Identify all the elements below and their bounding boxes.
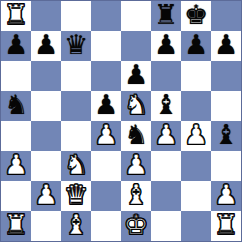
square-f5[interactable]: ♝ (151, 91, 181, 121)
white-pawn[interactable]: ♟ (94, 121, 118, 150)
white-queen[interactable]: ♛ (64, 181, 88, 210)
square-h3[interactable] (211, 151, 241, 181)
square-a4[interactable] (1, 121, 31, 151)
square-g5[interactable] (181, 91, 211, 121)
square-e3[interactable]: ♟ (121, 151, 151, 181)
square-e7[interactable] (121, 31, 151, 61)
square-b4[interactable] (31, 121, 61, 151)
square-d4[interactable]: ♟ (91, 121, 121, 151)
black-pawn[interactable]: ♟ (34, 31, 58, 60)
square-c5[interactable] (61, 91, 91, 121)
square-e1[interactable]: ♚ (121, 211, 151, 241)
square-f4[interactable]: ♟ (151, 121, 181, 151)
black-bishop[interactable]: ♝ (154, 91, 178, 120)
square-h8[interactable] (211, 1, 241, 31)
square-h2[interactable]: ♟ (211, 181, 241, 211)
white-rook[interactable]: ♜ (214, 211, 238, 240)
white-pawn[interactable]: ♟ (4, 151, 28, 180)
square-c1[interactable]: ♝ (61, 211, 91, 241)
square-d3[interactable] (91, 151, 121, 181)
black-pawn[interactable]: ♟ (4, 31, 28, 60)
square-b3[interactable] (31, 151, 61, 181)
square-c3[interactable]: ♞ (61, 151, 91, 181)
square-a5[interactable]: ♞ (1, 91, 31, 121)
square-h1[interactable]: ♜ (211, 211, 241, 241)
square-c2[interactable]: ♛ (61, 181, 91, 211)
white-pawn[interactable]: ♟ (214, 181, 238, 210)
square-f7[interactable]: ♟ (151, 31, 181, 61)
square-f8[interactable]: ♜ (151, 1, 181, 31)
white-king[interactable]: ♚ (124, 211, 148, 240)
square-b5[interactable] (31, 91, 61, 121)
white-bishop[interactable]: ♝ (64, 211, 88, 240)
black-pawn[interactable]: ♟ (124, 61, 148, 90)
black-bishop[interactable]: ♝ (214, 121, 238, 150)
square-b8[interactable] (31, 1, 61, 31)
square-e8[interactable] (121, 1, 151, 31)
square-d6[interactable] (91, 61, 121, 91)
square-a2[interactable] (1, 181, 31, 211)
square-a8[interactable]: ♜ (1, 1, 31, 31)
black-queen[interactable]: ♛ (64, 31, 88, 60)
square-f2[interactable] (151, 181, 181, 211)
square-f3[interactable] (151, 151, 181, 181)
white-bishop[interactable]: ♝ (124, 181, 148, 210)
square-f6[interactable] (151, 61, 181, 91)
black-pawn[interactable]: ♟ (184, 31, 208, 60)
white-pawn[interactable]: ♟ (34, 181, 58, 210)
square-h5[interactable] (211, 91, 241, 121)
square-c8[interactable] (61, 1, 91, 31)
square-d5[interactable]: ♟ (91, 91, 121, 121)
white-pawn[interactable]: ♟ (184, 121, 208, 150)
white-pawn[interactable]: ♟ (154, 121, 178, 150)
square-g2[interactable] (181, 181, 211, 211)
square-b6[interactable] (31, 61, 61, 91)
white-rook[interactable]: ♜ (4, 1, 28, 30)
square-d8[interactable] (91, 1, 121, 31)
square-h7[interactable]: ♟ (211, 31, 241, 61)
square-h6[interactable] (211, 61, 241, 91)
chess-board: ♜♜♚♟♟♛♟♟♟♟♞♟♞♝♟♞♟♟♝♟♞♟♟♛♝♟♜♝♚♜ (0, 0, 242, 242)
white-knight[interactable]: ♞ (124, 91, 148, 120)
square-e5[interactable]: ♞ (121, 91, 151, 121)
square-d2[interactable] (91, 181, 121, 211)
square-c4[interactable] (61, 121, 91, 151)
square-e2[interactable]: ♝ (121, 181, 151, 211)
white-pawn[interactable]: ♟ (124, 151, 148, 180)
square-a7[interactable]: ♟ (1, 31, 31, 61)
square-h4[interactable]: ♝ (211, 121, 241, 151)
square-c7[interactable]: ♛ (61, 31, 91, 61)
square-e4[interactable]: ♞ (121, 121, 151, 151)
square-f1[interactable] (151, 211, 181, 241)
black-rook[interactable]: ♜ (154, 1, 178, 30)
square-b7[interactable]: ♟ (31, 31, 61, 61)
square-c6[interactable] (61, 61, 91, 91)
square-a1[interactable]: ♜ (1, 211, 31, 241)
square-b2[interactable]: ♟ (31, 181, 61, 211)
square-d1[interactable] (91, 211, 121, 241)
square-g4[interactable]: ♟ (181, 121, 211, 151)
square-a6[interactable] (1, 61, 31, 91)
black-pawn[interactable]: ♟ (94, 91, 118, 120)
square-b1[interactable] (31, 211, 61, 241)
square-g1[interactable] (181, 211, 211, 241)
black-knight[interactable]: ♞ (124, 121, 148, 150)
black-king[interactable]: ♚ (184, 1, 208, 30)
black-knight[interactable]: ♞ (4, 91, 28, 120)
black-pawn[interactable]: ♟ (214, 31, 238, 60)
square-d7[interactable] (91, 31, 121, 61)
square-g8[interactable]: ♚ (181, 1, 211, 31)
white-rook[interactable]: ♜ (4, 211, 28, 240)
square-g7[interactable]: ♟ (181, 31, 211, 61)
white-knight[interactable]: ♞ (64, 151, 88, 180)
square-a3[interactable]: ♟ (1, 151, 31, 181)
chess-board-container: ♜♜♚♟♟♛♟♟♟♟♞♟♞♝♟♞♟♟♝♟♞♟♟♛♝♟♜♝♚♜ (0, 0, 242, 242)
square-g3[interactable] (181, 151, 211, 181)
black-pawn[interactable]: ♟ (154, 31, 178, 60)
square-g6[interactable] (181, 61, 211, 91)
square-e6[interactable]: ♟ (121, 61, 151, 91)
